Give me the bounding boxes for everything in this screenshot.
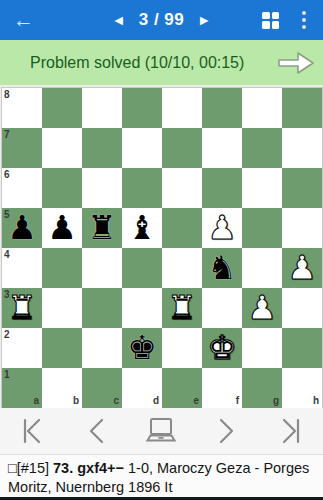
top-app-bar: ← ◄ 3 / 99 ►: [0, 0, 323, 40]
square-c1[interactable]: c: [82, 368, 122, 408]
square-g8[interactable]: [242, 88, 282, 128]
square-a5[interactable]: 5♟: [2, 208, 42, 248]
black-knight: ♞: [207, 251, 237, 284]
square-b7[interactable]: [42, 128, 82, 168]
square-a8[interactable]: 8: [2, 88, 42, 128]
square-c2[interactable]: [82, 328, 122, 368]
rank-label-4: 4: [4, 250, 10, 260]
square-h2[interactable]: [282, 328, 322, 368]
square-g6[interactable]: [242, 168, 282, 208]
square-b3[interactable]: [42, 288, 82, 328]
square-f1[interactable]: f: [202, 368, 242, 408]
square-f8[interactable]: [202, 88, 242, 128]
next-problem-arrow-icon[interactable]: [276, 50, 316, 76]
square-d7[interactable]: [122, 128, 162, 168]
square-b2[interactable]: [42, 328, 82, 368]
white-pawn: ♟: [247, 291, 277, 324]
square-b4[interactable]: [42, 248, 82, 288]
rank-label-1: 1: [4, 370, 10, 380]
white-pawn: ♟: [287, 251, 317, 284]
first-move-button[interactable]: [10, 411, 54, 451]
square-c7[interactable]: [82, 128, 122, 168]
black-king: ♚: [127, 331, 157, 364]
black-pawn: ♟: [47, 211, 77, 244]
file-label-c: c: [113, 396, 119, 406]
square-b1[interactable]: b: [42, 368, 82, 408]
last-move-button[interactable]: [269, 411, 313, 451]
square-g2[interactable]: [242, 328, 282, 368]
black-pawn: ♟: [7, 211, 37, 244]
white-king: ♚: [207, 331, 237, 364]
square-c8[interactable]: [82, 88, 122, 128]
square-e5[interactable]: [162, 208, 202, 248]
file-label-g: g: [273, 396, 279, 406]
square-e2[interactable]: [162, 328, 202, 368]
file-label-a: a: [33, 396, 39, 406]
square-h7[interactable]: [282, 128, 322, 168]
game-caption: □[#15] 73. gxf4+− 1-0, Maroczy Geza - Po…: [0, 455, 323, 497]
square-a7[interactable]: 7: [2, 128, 42, 168]
square-a6[interactable]: 6: [2, 168, 42, 208]
black-bishop: ♝: [127, 211, 157, 244]
black-rook: ♜: [87, 211, 117, 244]
square-e7[interactable]: [162, 128, 202, 168]
square-c4[interactable]: [82, 248, 122, 288]
square-a4[interactable]: 4: [2, 248, 42, 288]
square-d2[interactable]: ♚: [122, 328, 162, 368]
file-label-d: d: [153, 396, 159, 406]
square-g4[interactable]: [242, 248, 282, 288]
rank-label-6: 6: [4, 170, 10, 180]
white-rook: ♜: [7, 291, 37, 324]
square-f2[interactable]: ♚: [202, 328, 242, 368]
square-h8[interactable]: [282, 88, 322, 128]
file-label-f: f: [236, 396, 239, 406]
square-g3[interactable]: ♟: [242, 288, 282, 328]
previous-move-button[interactable]: [75, 411, 119, 451]
square-e6[interactable]: [162, 168, 202, 208]
square-f4[interactable]: ♞: [202, 248, 242, 288]
caption-prefix: □[#15]: [8, 460, 53, 476]
prev-problem-icon[interactable]: ◄: [112, 0, 126, 40]
problem-counter: 3 / 99: [139, 10, 185, 30]
overflow-menu-icon[interactable]: [299, 11, 309, 29]
file-label-e: e: [193, 396, 199, 406]
analysis-board-button[interactable]: [139, 411, 183, 451]
rank-label-2: 2: [4, 330, 10, 340]
square-h3[interactable]: [282, 288, 322, 328]
square-d4[interactable]: [122, 248, 162, 288]
square-e3[interactable]: ♜: [162, 288, 202, 328]
white-rook: ♜: [167, 291, 197, 324]
problem-list-icon[interactable]: [262, 12, 279, 29]
square-f3[interactable]: [202, 288, 242, 328]
next-move-button[interactable]: [204, 411, 248, 451]
square-b6[interactable]: [42, 168, 82, 208]
square-h5[interactable]: [282, 208, 322, 248]
square-h1[interactable]: h: [282, 368, 322, 408]
square-g7[interactable]: [242, 128, 282, 168]
square-g5[interactable]: [242, 208, 282, 248]
move-nav-bar: [0, 408, 323, 455]
square-e8[interactable]: [162, 88, 202, 128]
square-f7[interactable]: [202, 128, 242, 168]
square-a1[interactable]: 1a: [2, 368, 42, 408]
rank-label-8: 8: [4, 90, 10, 100]
back-icon[interactable]: ←: [13, 0, 34, 40]
problem-navigator: ◄ 3 / 99 ►: [112, 0, 211, 40]
square-h6[interactable]: [282, 168, 322, 208]
square-e1[interactable]: e: [162, 368, 202, 408]
square-g1[interactable]: g: [242, 368, 282, 408]
square-h4[interactable]: ♟: [282, 248, 322, 288]
square-f5[interactable]: ♟: [202, 208, 242, 248]
square-e4[interactable]: [162, 248, 202, 288]
square-b8[interactable]: [42, 88, 82, 128]
square-c6[interactable]: [82, 168, 122, 208]
file-label-b: b: [73, 396, 79, 406]
square-f6[interactable]: [202, 168, 242, 208]
board-area: 8765♟♟♜♝♟4♞♟3♜♜♟2♚♚1abcdefgh: [0, 85, 323, 408]
square-d1[interactable]: d: [122, 368, 162, 408]
file-label-h: h: [313, 396, 319, 406]
caption-move: 73. gxf4+−: [53, 460, 124, 476]
status-bar: Problem solved (10/10, 00:15): [0, 40, 323, 85]
rank-label-7: 7: [4, 130, 10, 140]
status-text: Problem solved (10/10, 00:15): [30, 54, 244, 72]
white-pawn: ♟: [207, 211, 237, 244]
square-c5[interactable]: ♜: [82, 208, 122, 248]
square-b5[interactable]: ♟: [42, 208, 82, 248]
square-d5[interactable]: ♝: [122, 208, 162, 248]
square-c3[interactable]: [82, 288, 122, 328]
square-d8[interactable]: [122, 88, 162, 128]
topbar-actions: [262, 0, 323, 40]
next-problem-icon[interactable]: ►: [197, 0, 211, 40]
square-a2[interactable]: 2: [2, 328, 42, 368]
square-a3[interactable]: 3♜: [2, 288, 42, 328]
square-d6[interactable]: [122, 168, 162, 208]
chess-board: 8765♟♟♜♝♟4♞♟3♜♜♟2♚♚1abcdefgh: [2, 88, 322, 408]
square-d3[interactable]: [122, 288, 162, 328]
